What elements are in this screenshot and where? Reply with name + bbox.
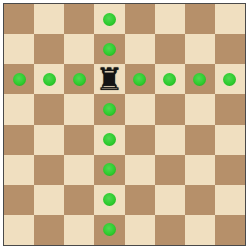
- square-h8[interactable]: [215, 4, 245, 34]
- square-g4[interactable]: [185, 125, 215, 155]
- square-g8[interactable]: [185, 4, 215, 34]
- move-hint-dot: [103, 13, 116, 26]
- square-c1[interactable]: [64, 215, 94, 245]
- square-a2[interactable]: [4, 185, 34, 215]
- square-d8[interactable]: [94, 4, 124, 34]
- square-a4[interactable]: [4, 125, 34, 155]
- square-a5[interactable]: [4, 94, 34, 124]
- square-a1[interactable]: [4, 215, 34, 245]
- square-g7[interactable]: [185, 34, 215, 64]
- black-rook-piece[interactable]: ♜: [96, 64, 124, 94]
- square-h3[interactable]: [215, 155, 245, 185]
- square-b8[interactable]: [34, 4, 64, 34]
- square-e1[interactable]: [125, 215, 155, 245]
- square-a6[interactable]: [4, 64, 34, 94]
- square-g6[interactable]: [185, 64, 215, 94]
- square-e8[interactable]: [125, 4, 155, 34]
- square-g5[interactable]: [185, 94, 215, 124]
- move-hint-dot: [13, 73, 26, 86]
- move-hint-dot: [223, 73, 236, 86]
- move-hint-dot: [103, 103, 116, 116]
- square-f3[interactable]: [155, 155, 185, 185]
- move-hint-dot: [73, 73, 86, 86]
- square-h1[interactable]: [215, 215, 245, 245]
- square-b7[interactable]: [34, 34, 64, 64]
- square-h7[interactable]: [215, 34, 245, 64]
- square-c3[interactable]: [64, 155, 94, 185]
- square-c4[interactable]: [64, 125, 94, 155]
- square-g1[interactable]: [185, 215, 215, 245]
- square-e4[interactable]: [125, 125, 155, 155]
- square-b5[interactable]: [34, 94, 64, 124]
- square-b3[interactable]: [34, 155, 64, 185]
- move-hint-dot: [103, 193, 116, 206]
- square-d7[interactable]: [94, 34, 124, 64]
- square-f7[interactable]: [155, 34, 185, 64]
- square-b6[interactable]: [34, 64, 64, 94]
- square-d2[interactable]: [94, 185, 124, 215]
- move-hint-dot: [163, 73, 176, 86]
- square-h5[interactable]: [215, 94, 245, 124]
- square-d1[interactable]: [94, 215, 124, 245]
- square-b4[interactable]: [34, 125, 64, 155]
- square-f5[interactable]: [155, 94, 185, 124]
- square-b1[interactable]: [34, 215, 64, 245]
- square-e6[interactable]: [125, 64, 155, 94]
- square-e7[interactable]: [125, 34, 155, 64]
- chess-board: ♜: [3, 3, 246, 246]
- square-g2[interactable]: [185, 185, 215, 215]
- move-hint-dot: [103, 163, 116, 176]
- square-c5[interactable]: [64, 94, 94, 124]
- square-f4[interactable]: [155, 125, 185, 155]
- square-g3[interactable]: [185, 155, 215, 185]
- square-h2[interactable]: [215, 185, 245, 215]
- square-d5[interactable]: [94, 94, 124, 124]
- square-d3[interactable]: [94, 155, 124, 185]
- square-c7[interactable]: [64, 34, 94, 64]
- square-e2[interactable]: [125, 185, 155, 215]
- square-c2[interactable]: [64, 185, 94, 215]
- move-hint-dot: [43, 73, 56, 86]
- square-f2[interactable]: [155, 185, 185, 215]
- move-hint-dot: [133, 73, 146, 86]
- square-a7[interactable]: [4, 34, 34, 64]
- move-hint-dot: [103, 223, 116, 236]
- square-f8[interactable]: [155, 4, 185, 34]
- square-f1[interactable]: [155, 215, 185, 245]
- square-a8[interactable]: [4, 4, 34, 34]
- move-hint-dot: [103, 43, 116, 56]
- square-c8[interactable]: [64, 4, 94, 34]
- square-e3[interactable]: [125, 155, 155, 185]
- diagram-frame: ♜: [0, 0, 249, 251]
- square-f6[interactable]: [155, 64, 185, 94]
- move-hint-dot: [193, 73, 206, 86]
- square-d6[interactable]: ♜: [94, 64, 124, 94]
- square-e5[interactable]: [125, 94, 155, 124]
- square-c6[interactable]: [64, 64, 94, 94]
- square-b2[interactable]: [34, 185, 64, 215]
- square-d4[interactable]: [94, 125, 124, 155]
- move-hint-dot: [103, 133, 116, 146]
- square-a3[interactable]: [4, 155, 34, 185]
- square-h4[interactable]: [215, 125, 245, 155]
- square-h6[interactable]: [215, 64, 245, 94]
